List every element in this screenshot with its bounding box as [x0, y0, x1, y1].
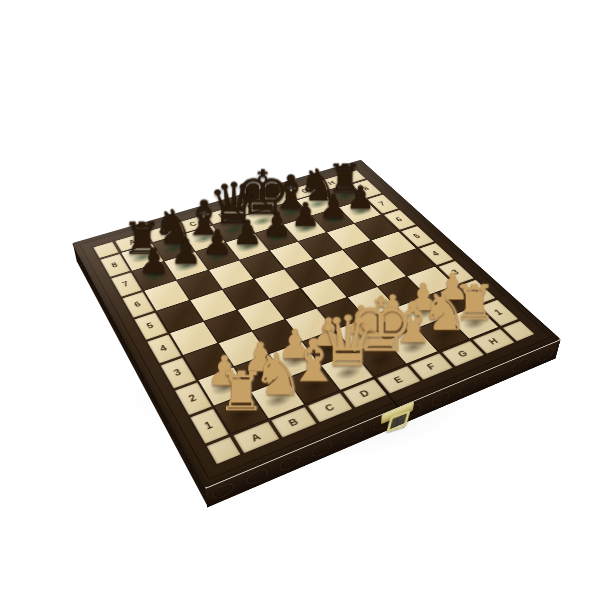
black-pawn-glyph: ♟	[261, 207, 291, 240]
black-pawn-glyph: ♟	[232, 216, 262, 250]
chess-set-scene: ABCDEFGH ABCDEFGH 12345678 12345678 ♜♞♝♛…	[120, 108, 480, 468]
chess-board: ABCDEFGH ABCDEFGH 12345678 12345678 ♜♞♝♛…	[72, 160, 561, 489]
black-pawn-glyph: ♟	[345, 182, 374, 214]
black-pawn-glyph: ♟	[318, 190, 347, 223]
clasp-loop	[386, 410, 410, 433]
black-pawn-glyph: ♟	[170, 234, 201, 269]
white-rook-glyph: ♜	[216, 364, 264, 418]
black-pawn-glyph: ♟	[290, 199, 320, 232]
black-pawn-glyph: ♟	[201, 225, 232, 259]
black-pawn-glyph: ♟	[138, 244, 170, 279]
